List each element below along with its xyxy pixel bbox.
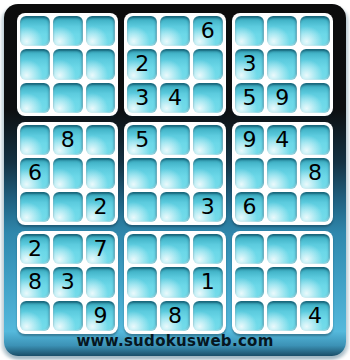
cell-r9c5: 8	[160, 301, 190, 331]
cell-r4c1[interactable]	[20, 125, 50, 155]
cell-r1c9[interactable]	[300, 16, 330, 46]
cell-r4c3[interactable]	[86, 125, 116, 155]
cell-r9c2[interactable]	[53, 301, 83, 331]
cell-r1c2[interactable]	[53, 16, 83, 46]
cell-r1c4[interactable]	[127, 16, 157, 46]
cell-r6c7: 6	[235, 192, 265, 222]
cell-r7c6[interactable]	[193, 234, 223, 264]
cell-r1c6: 6	[193, 16, 223, 46]
cell-r2c8[interactable]	[267, 49, 297, 79]
box-1-3: 359	[232, 13, 333, 116]
box-2-1: 862	[17, 122, 118, 225]
cell-r7c8[interactable]	[267, 234, 297, 264]
cell-r7c9[interactable]	[300, 234, 330, 264]
cell-r6c2[interactable]	[53, 192, 83, 222]
cell-r3c3[interactable]	[86, 83, 116, 113]
cell-r6c1[interactable]	[20, 192, 50, 222]
cell-r6c6: 3	[193, 192, 223, 222]
cell-r8c8[interactable]	[267, 267, 297, 297]
box-2-2: 53	[124, 122, 225, 225]
cell-r4c4: 5	[127, 125, 157, 155]
cell-r3c4: 3	[127, 83, 157, 113]
cell-r3c8: 9	[267, 83, 297, 113]
cell-r8c1: 8	[20, 267, 50, 297]
cell-r8c9[interactable]	[300, 267, 330, 297]
cell-r6c4[interactable]	[127, 192, 157, 222]
cell-r7c4[interactable]	[127, 234, 157, 264]
cell-r4c9[interactable]	[300, 125, 330, 155]
box-3-2: 18	[124, 231, 225, 334]
cell-r6c9[interactable]	[300, 192, 330, 222]
footer: www.sudokusweb.com	[4, 331, 346, 351]
cell-r7c1: 2	[20, 234, 50, 264]
cell-r4c2: 8	[53, 125, 83, 155]
cell-r3c6[interactable]	[193, 83, 223, 113]
cell-r7c5[interactable]	[160, 234, 190, 264]
box-3-1: 27839	[17, 231, 118, 334]
cell-r1c3[interactable]	[86, 16, 116, 46]
board-frame: 623435986253948627839184 www.sudokusweb.…	[4, 4, 346, 356]
cell-r5c3[interactable]	[86, 158, 116, 188]
cell-r5c1: 6	[20, 158, 50, 188]
cell-r8c2: 3	[53, 267, 83, 297]
cell-r4c7: 9	[235, 125, 265, 155]
box-3-3: 4	[232, 231, 333, 334]
cell-r9c7[interactable]	[235, 301, 265, 331]
cell-r2c7: 3	[235, 49, 265, 79]
cell-r5c4[interactable]	[127, 158, 157, 188]
cell-r3c1[interactable]	[20, 83, 50, 113]
cell-r8c5[interactable]	[160, 267, 190, 297]
cell-r7c3: 7	[86, 234, 116, 264]
cell-r8c3[interactable]	[86, 267, 116, 297]
cell-r2c4: 2	[127, 49, 157, 79]
cell-r1c7[interactable]	[235, 16, 265, 46]
sudoku-board: 623435986253948627839184	[17, 13, 333, 334]
cell-r2c3[interactable]	[86, 49, 116, 79]
cell-r1c8[interactable]	[267, 16, 297, 46]
box-1-1	[17, 13, 118, 116]
cell-r5c2[interactable]	[53, 158, 83, 188]
cell-r5c9: 8	[300, 158, 330, 188]
cell-r9c3: 9	[86, 301, 116, 331]
cell-r2c5[interactable]	[160, 49, 190, 79]
cell-r8c4[interactable]	[127, 267, 157, 297]
cell-r6c5[interactable]	[160, 192, 190, 222]
cell-r9c4[interactable]	[127, 301, 157, 331]
cell-r5c7[interactable]	[235, 158, 265, 188]
cell-r9c6[interactable]	[193, 301, 223, 331]
cell-r4c6[interactable]	[193, 125, 223, 155]
box-2-3: 9486	[232, 122, 333, 225]
cell-r2c9[interactable]	[300, 49, 330, 79]
cell-r3c9[interactable]	[300, 83, 330, 113]
cell-r9c9: 4	[300, 301, 330, 331]
cell-r9c8[interactable]	[267, 301, 297, 331]
cell-r6c3: 2	[86, 192, 116, 222]
cell-r1c1[interactable]	[20, 16, 50, 46]
cell-r8c6: 1	[193, 267, 223, 297]
cell-r2c1[interactable]	[20, 49, 50, 79]
cell-r7c2[interactable]	[53, 234, 83, 264]
cell-r1c5[interactable]	[160, 16, 190, 46]
cell-r3c7: 5	[235, 83, 265, 113]
cell-r4c8: 4	[267, 125, 297, 155]
box-1-2: 6234	[124, 13, 225, 116]
cell-r2c2[interactable]	[53, 49, 83, 79]
cell-r6c8[interactable]	[267, 192, 297, 222]
cell-r5c5[interactable]	[160, 158, 190, 188]
cell-r9c1[interactable]	[20, 301, 50, 331]
cell-r4c5[interactable]	[160, 125, 190, 155]
site-url: www.sudokusweb.com	[76, 332, 273, 350]
cell-r3c5: 4	[160, 83, 190, 113]
cell-r8c7[interactable]	[235, 267, 265, 297]
cell-r2c6[interactable]	[193, 49, 223, 79]
cell-r3c2[interactable]	[53, 83, 83, 113]
sudoku-page: 623435986253948627839184 www.sudokusweb.…	[0, 0, 350, 360]
cell-r5c8[interactable]	[267, 158, 297, 188]
cell-r5c6[interactable]	[193, 158, 223, 188]
cell-r7c7[interactable]	[235, 234, 265, 264]
